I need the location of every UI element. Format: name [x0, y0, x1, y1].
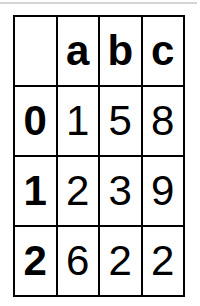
col-header-b: b — [100, 17, 141, 85]
row-header-0: 0 — [15, 87, 56, 155]
row-header-2: 2 — [15, 227, 56, 295]
col-header-a: a — [58, 17, 99, 85]
top-divider-line — [0, 2, 197, 4]
cell-2-a: 6 — [58, 227, 99, 295]
cell-0-b: 5 — [100, 87, 141, 155]
cell-1-c: 9 — [143, 157, 184, 225]
row-header-1: 1 — [15, 157, 56, 225]
cell-2-b: 2 — [100, 227, 141, 295]
cell-2-c: 2 — [143, 227, 184, 295]
cell-0-c: 8 — [143, 87, 184, 155]
cell-1-b: 3 — [100, 157, 141, 225]
corner-cell — [15, 17, 56, 85]
cell-0-a: 1 — [58, 87, 99, 155]
page: a b c 0 1 5 8 1 2 3 9 2 6 2 2 — [0, 0, 200, 306]
cell-1-a: 2 — [58, 157, 99, 225]
number-grid: a b c 0 1 5 8 1 2 3 9 2 6 2 2 — [13, 15, 185, 297]
col-header-c: c — [143, 17, 184, 85]
